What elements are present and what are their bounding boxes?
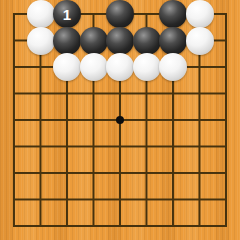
- black-stone: [159, 27, 187, 55]
- intersection-r3c4[interactable]: [107, 80, 134, 107]
- intersection-r3c2[interactable]: [54, 80, 81, 107]
- intersection-r7c1[interactable]: [27, 186, 54, 213]
- intersection-r7c7[interactable]: [186, 186, 213, 213]
- intersection-r3c6[interactable]: [160, 80, 187, 107]
- intersection-r6c0[interactable]: [1, 160, 28, 187]
- intersection-r6c1[interactable]: [27, 160, 54, 187]
- intersection-r8c3[interactable]: [80, 213, 107, 240]
- intersection-r8c4[interactable]: [107, 213, 134, 240]
- intersection-r7c8[interactable]: [213, 186, 240, 213]
- intersection-r8c5[interactable]: [133, 213, 160, 240]
- intersection-r5c4[interactable]: [107, 133, 134, 160]
- black-stone: [133, 27, 161, 55]
- white-stone: [27, 27, 55, 55]
- intersection-r6c4[interactable]: [107, 160, 134, 187]
- intersection-r2c7[interactable]: [186, 54, 213, 81]
- intersection-r3c7[interactable]: [186, 80, 213, 107]
- intersection-r2c4[interactable]: [107, 54, 134, 81]
- intersection-r0c3[interactable]: [80, 1, 107, 28]
- black-stone: [106, 0, 134, 28]
- intersection-r3c8[interactable]: [213, 80, 240, 107]
- intersection-r6c5[interactable]: [133, 160, 160, 187]
- black-stone: [159, 0, 187, 28]
- intersection-r4c0[interactable]: [1, 107, 28, 134]
- intersection-r2c5[interactable]: [133, 54, 160, 81]
- intersection-r1c2[interactable]: [54, 27, 81, 54]
- intersection-r0c6[interactable]: [160, 1, 187, 28]
- white-stone: [106, 53, 134, 81]
- intersection-r0c8[interactable]: [213, 1, 240, 28]
- intersection-r8c7[interactable]: [186, 213, 213, 240]
- black-stone: [106, 27, 134, 55]
- intersection-r4c8[interactable]: [213, 107, 240, 134]
- intersection-r8c1[interactable]: [27, 213, 54, 240]
- intersection-r7c3[interactable]: [80, 186, 107, 213]
- intersection-r6c7[interactable]: [186, 160, 213, 187]
- go-board[interactable]: 1: [0, 0, 240, 240]
- intersection-r7c4[interactable]: [107, 186, 134, 213]
- go-app-screen: 1: [0, 0, 240, 240]
- intersection-r6c6[interactable]: [160, 160, 187, 187]
- intersection-r5c2[interactable]: [54, 133, 81, 160]
- intersection-r4c6[interactable]: [160, 107, 187, 134]
- intersection-r8c8[interactable]: [213, 213, 240, 240]
- intersection-r8c2[interactable]: [54, 213, 81, 240]
- black-stone: [80, 27, 108, 55]
- intersection-r5c5[interactable]: [133, 133, 160, 160]
- intersection-r5c0[interactable]: [1, 133, 28, 160]
- black-stone: 1: [53, 0, 81, 28]
- intersection-r8c6[interactable]: [160, 213, 187, 240]
- intersection-r1c1[interactable]: [27, 27, 54, 54]
- intersection-r2c1[interactable]: [27, 54, 54, 81]
- hoshi-point: [116, 116, 124, 124]
- intersection-r0c0[interactable]: [1, 1, 28, 28]
- intersection-r7c2[interactable]: [54, 186, 81, 213]
- intersection-r4c1[interactable]: [27, 107, 54, 134]
- move-number-label: 1: [63, 7, 71, 22]
- white-stone: [27, 0, 55, 28]
- intersection-r5c7[interactable]: [186, 133, 213, 160]
- intersection-r3c3[interactable]: [80, 80, 107, 107]
- intersection-r1c5[interactable]: [133, 27, 160, 54]
- intersection-r1c4[interactable]: [107, 27, 134, 54]
- intersection-r2c3[interactable]: [80, 54, 107, 81]
- intersection-r1c8[interactable]: [213, 27, 240, 54]
- intersection-r4c2[interactable]: [54, 107, 81, 134]
- intersection-r6c8[interactable]: [213, 160, 240, 187]
- board-intersections: 1: [1, 1, 240, 240]
- intersection-r4c5[interactable]: [133, 107, 160, 134]
- intersection-r8c0[interactable]: [1, 213, 28, 240]
- black-stone: [53, 27, 81, 55]
- intersection-r3c1[interactable]: [27, 80, 54, 107]
- intersection-r6c3[interactable]: [80, 160, 107, 187]
- intersection-r2c0[interactable]: [1, 54, 28, 81]
- intersection-r0c1[interactable]: [27, 1, 54, 28]
- intersection-r3c0[interactable]: [1, 80, 28, 107]
- intersection-r1c7[interactable]: [186, 27, 213, 54]
- intersection-r7c6[interactable]: [160, 186, 187, 213]
- intersection-r0c7[interactable]: [186, 1, 213, 28]
- intersection-r5c3[interactable]: [80, 133, 107, 160]
- white-stone: [133, 53, 161, 81]
- intersection-r0c5[interactable]: [133, 1, 160, 28]
- intersection-r1c0[interactable]: [1, 27, 28, 54]
- intersection-r2c8[interactable]: [213, 54, 240, 81]
- intersection-r7c5[interactable]: [133, 186, 160, 213]
- intersection-r2c2[interactable]: [54, 54, 81, 81]
- intersection-r5c1[interactable]: [27, 133, 54, 160]
- intersection-r1c6[interactable]: [160, 27, 187, 54]
- intersection-r4c4[interactable]: [107, 107, 134, 134]
- intersection-r7c0[interactable]: [1, 186, 28, 213]
- white-stone: [186, 0, 214, 28]
- intersection-r0c4[interactable]: [107, 1, 134, 28]
- intersection-r4c7[interactable]: [186, 107, 213, 134]
- white-stone: [80, 53, 108, 81]
- intersection-r4c3[interactable]: [80, 107, 107, 134]
- white-stone: [159, 53, 187, 81]
- white-stone: [186, 27, 214, 55]
- intersection-r0c2[interactable]: 1: [54, 1, 81, 28]
- intersection-r6c2[interactable]: [54, 160, 81, 187]
- intersection-r3c5[interactable]: [133, 80, 160, 107]
- intersection-r5c6[interactable]: [160, 133, 187, 160]
- intersection-r5c8[interactable]: [213, 133, 240, 160]
- white-stone: [53, 53, 81, 81]
- intersection-r1c3[interactable]: [80, 27, 107, 54]
- intersection-r2c6[interactable]: [160, 54, 187, 81]
